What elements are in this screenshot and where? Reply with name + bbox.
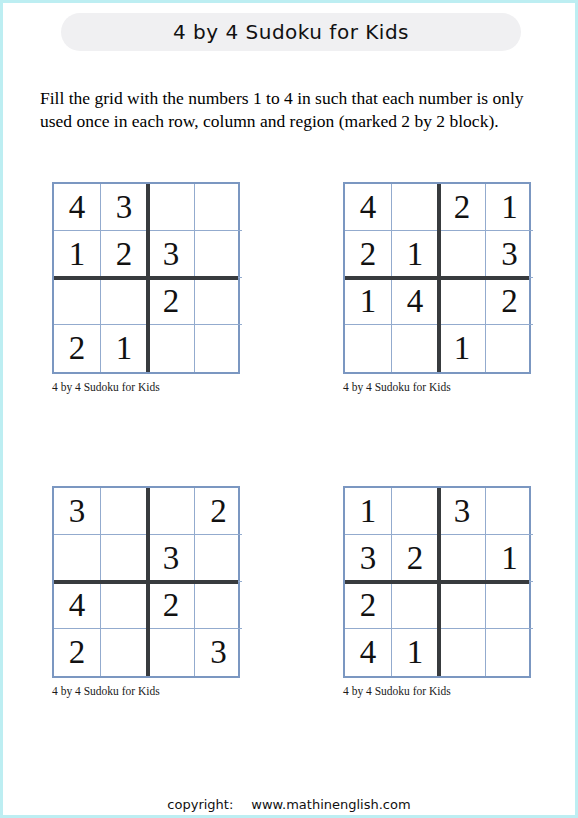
title-banner: 4 by 4 Sudoku for Kids	[61, 13, 521, 51]
puzzle-4-caption: 4 by 4 Sudoku for Kids	[343, 685, 531, 697]
puzzle-4-cell-r4c3	[439, 629, 486, 676]
worksheet-page: 4 by 4 Sudoku for Kids Fill the grid wit…	[0, 0, 578, 818]
puzzle-4-region-divider-horizontal	[345, 580, 529, 584]
puzzle-1-cell-r1c2: 3	[101, 184, 148, 231]
puzzle-1-cell-r1c4	[195, 184, 242, 231]
footer-copyright: copyright:www.mathinenglish.com	[3, 797, 575, 812]
puzzle-1-cell-r4c3	[148, 325, 195, 372]
puzzle-2-cell-r2c3	[439, 231, 486, 278]
puzzle-1: 43123221 4 by 4 Sudoku for Kids	[52, 182, 240, 393]
puzzle-3-cell-r3c2	[101, 582, 148, 629]
puzzle-3-cell-r2c3: 3	[148, 535, 195, 582]
puzzle-3-cell-r4c4: 3	[195, 629, 242, 676]
puzzle-1-cell-r3c2	[101, 278, 148, 325]
puzzle-4-cell-r3c4	[486, 582, 533, 629]
puzzle-1-cell-r1c1: 4	[54, 184, 101, 231]
puzzle-2-cell-r2c1: 2	[345, 231, 392, 278]
copyright-url: www.mathinenglish.com	[251, 797, 410, 812]
puzzle-4-cell-r1c3: 3	[439, 488, 486, 535]
puzzle-3-grid: 3234223	[52, 486, 240, 678]
puzzle-3-cell-r4c3	[148, 629, 195, 676]
puzzle-2: 4212131421 4 by 4 Sudoku for Kids	[343, 182, 531, 393]
puzzle-1-grid: 43123221	[52, 182, 240, 374]
puzzle-3-cell-r1c1: 3	[54, 488, 101, 535]
puzzle-4-cell-r1c4	[486, 488, 533, 535]
puzzle-1-caption: 4 by 4 Sudoku for Kids	[52, 381, 240, 393]
puzzle-3-cell-r2c2	[101, 535, 148, 582]
puzzle-1-cell-r2c1: 1	[54, 231, 101, 278]
puzzle-1-cell-r4c4	[195, 325, 242, 372]
puzzle-4-cell-r2c2: 2	[392, 535, 439, 582]
puzzle-3-cell-r1c4: 2	[195, 488, 242, 535]
puzzle-1-cell-r3c4	[195, 278, 242, 325]
puzzle-2-cell-r4c4	[486, 325, 533, 372]
puzzle-2-cell-r3c4: 2	[486, 278, 533, 325]
puzzle-1-cell-r1c3	[148, 184, 195, 231]
puzzle-2-cell-r1c2	[392, 184, 439, 231]
copyright-label: copyright:	[167, 797, 233, 812]
puzzle-2-cell-r1c1: 4	[345, 184, 392, 231]
instructions-line-1: Fill the grid with the numbers 1 to 4 in…	[40, 87, 555, 110]
puzzle-2-cell-r4c1	[345, 325, 392, 372]
puzzle-3-cell-r3c1: 4	[54, 582, 101, 629]
puzzle-2-grid: 4212131421	[343, 182, 531, 374]
puzzle-4-cell-r3c2	[392, 582, 439, 629]
puzzle-3: 3234223 4 by 4 Sudoku for Kids	[52, 486, 240, 697]
puzzle-1-cell-r4c1: 2	[54, 325, 101, 372]
puzzle-4-cell-r4c4	[486, 629, 533, 676]
puzzle-2-cell-r3c2: 4	[392, 278, 439, 325]
puzzle-1-cell-r2c4	[195, 231, 242, 278]
puzzle-3-cell-r1c3	[148, 488, 195, 535]
puzzle-2-cell-r1c3: 2	[439, 184, 486, 231]
puzzle-2-cell-r3c1: 1	[345, 278, 392, 325]
puzzle-4-cell-r2c4: 1	[486, 535, 533, 582]
puzzle-1-cell-r2c2: 2	[101, 231, 148, 278]
puzzle-3-cell-r4c2	[101, 629, 148, 676]
puzzle-4-cell-r4c2: 1	[392, 629, 439, 676]
puzzle-3-cell-r2c1	[54, 535, 101, 582]
puzzle-1-cell-r3c3: 2	[148, 278, 195, 325]
puzzle-1-cell-r3c1	[54, 278, 101, 325]
instructions-text: Fill the grid with the numbers 1 to 4 in…	[40, 87, 555, 133]
puzzle-3-cell-r2c4	[195, 535, 242, 582]
puzzle-2-cell-r1c4: 1	[486, 184, 533, 231]
puzzle-1-region-divider-horizontal	[54, 276, 238, 280]
puzzle-1-cell-r2c3: 3	[148, 231, 195, 278]
puzzle-4: 13321241 4 by 4 Sudoku for Kids	[343, 486, 531, 697]
puzzle-3-caption: 4 by 4 Sudoku for Kids	[52, 685, 240, 697]
puzzle-3-cell-r4c1: 2	[54, 629, 101, 676]
puzzle-3-cell-r1c2	[101, 488, 148, 535]
puzzle-4-grid: 13321241	[343, 486, 531, 678]
puzzle-4-cell-r1c1: 1	[345, 488, 392, 535]
puzzle-2-cell-r2c4: 3	[486, 231, 533, 278]
puzzle-3-cell-r3c4	[195, 582, 242, 629]
instructions-line-2: used once in each row, column and region…	[40, 110, 555, 133]
puzzle-4-cell-r3c1: 2	[345, 582, 392, 629]
page-title: 4 by 4 Sudoku for Kids	[173, 20, 409, 44]
puzzle-2-cell-r4c3: 1	[439, 325, 486, 372]
puzzle-2-caption: 4 by 4 Sudoku for Kids	[343, 381, 531, 393]
puzzle-2-cell-r3c3	[439, 278, 486, 325]
puzzle-3-cell-r3c3: 2	[148, 582, 195, 629]
puzzle-4-cell-r4c1: 4	[345, 629, 392, 676]
puzzle-4-cell-r3c3	[439, 582, 486, 629]
puzzle-2-cell-r4c2	[392, 325, 439, 372]
puzzle-4-cell-r2c3	[439, 535, 486, 582]
puzzle-4-cell-r1c2	[392, 488, 439, 535]
puzzle-1-cell-r4c2: 1	[101, 325, 148, 372]
puzzle-2-cell-r2c2: 1	[392, 231, 439, 278]
puzzle-2-region-divider-horizontal	[345, 276, 529, 280]
puzzle-4-cell-r2c1: 3	[345, 535, 392, 582]
puzzle-3-region-divider-horizontal	[54, 580, 238, 584]
